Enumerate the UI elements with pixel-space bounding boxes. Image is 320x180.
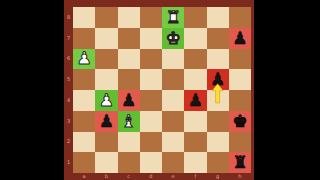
square-a3 [73, 111, 95, 132]
white-bishop-c3: ♝ [121, 112, 136, 129]
file-label-d: d [140, 173, 162, 180]
square-a4 [73, 90, 95, 111]
black-pawn-g5: ♟ [210, 71, 225, 88]
rank-label-2: 2 [64, 132, 73, 153]
black-pawn-f4: ♟ [188, 91, 203, 108]
square-h7: ♟ [229, 28, 251, 49]
screenshot-canvas: ♜♚♟♟♟♟♟♟♟♝♚♜ 87654321 abcdefgh [0, 0, 320, 180]
square-a8 [73, 7, 95, 28]
square-b3: ♟ [95, 111, 117, 132]
square-f6 [184, 49, 206, 70]
square-e8: ♜ [162, 7, 184, 28]
square-c7 [118, 28, 140, 49]
rank-label-6: 6 [64, 49, 73, 70]
square-e6 [162, 49, 184, 70]
square-b8 [95, 7, 117, 28]
square-g5: ♟ [207, 69, 229, 90]
black-king-h3: ♚ [232, 112, 247, 129]
file-label-f: f [184, 173, 206, 180]
square-h4 [229, 90, 251, 111]
square-b7 [95, 28, 117, 49]
black-pawn-h7: ♟ [232, 29, 247, 46]
square-f4: ♟ [184, 90, 206, 111]
square-h8 [229, 7, 251, 28]
square-g8 [207, 7, 229, 28]
square-b6 [95, 49, 117, 70]
square-c6 [118, 49, 140, 70]
square-h3: ♚ [229, 111, 251, 132]
file-label-c: c [118, 173, 140, 180]
square-a7 [73, 28, 95, 49]
rank-label-8: 8 [64, 7, 73, 28]
square-g1 [207, 152, 229, 173]
square-f5 [184, 69, 206, 90]
square-e2 [162, 132, 184, 153]
rank-label-3: 3 [64, 111, 73, 132]
square-f2 [184, 132, 206, 153]
square-b5 [95, 69, 117, 90]
rank-label-1: 1 [64, 152, 73, 173]
square-g6 [207, 49, 229, 70]
square-e1 [162, 152, 184, 173]
square-h1: ♜ [229, 152, 251, 173]
square-c5 [118, 69, 140, 90]
square-g2 [207, 132, 229, 153]
square-d4 [140, 90, 162, 111]
square-b2 [95, 132, 117, 153]
square-e7: ♚ [162, 28, 184, 49]
square-g7 [207, 28, 229, 49]
square-f8 [184, 7, 206, 28]
square-d1 [140, 152, 162, 173]
square-a1 [73, 152, 95, 173]
square-c8 [118, 7, 140, 28]
square-d5 [140, 69, 162, 90]
square-c1 [118, 152, 140, 173]
rank-label-4: 4 [64, 90, 73, 111]
square-d3 [140, 111, 162, 132]
square-a2 [73, 132, 95, 153]
square-b4: ♟ [95, 90, 117, 111]
square-f3 [184, 111, 206, 132]
square-g3 [207, 111, 229, 132]
square-f1 [184, 152, 206, 173]
file-label-e: e [162, 173, 184, 180]
square-c3: ♝ [118, 111, 140, 132]
square-f7 [184, 28, 206, 49]
rank-label-5: 5 [64, 69, 73, 90]
white-rook-e8: ♜ [166, 8, 181, 25]
square-h6 [229, 49, 251, 70]
file-label-h: h [229, 173, 251, 180]
chess-board: ♜♚♟♟♟♟♟♟♟♝♚♜ 87654321 abcdefgh [64, 0, 254, 180]
square-b1 [95, 152, 117, 173]
rank-label-7: 7 [64, 28, 73, 49]
file-label-b: b [95, 173, 117, 180]
square-a5 [73, 69, 95, 90]
square-h5 [229, 69, 251, 90]
square-d8 [140, 7, 162, 28]
white-pawn-a6: ♟ [77, 50, 92, 67]
square-e4 [162, 90, 184, 111]
square-a6: ♟ [73, 49, 95, 70]
file-label-g: g [207, 173, 229, 180]
square-d2 [140, 132, 162, 153]
board-grid: ♜♚♟♟♟♟♟♟♟♝♚♜ [73, 7, 251, 173]
square-c4: ♟ [118, 90, 140, 111]
black-pawn-c4: ♟ [121, 91, 136, 108]
black-rook-h1: ♜ [232, 154, 247, 171]
square-d7 [140, 28, 162, 49]
square-g4 [207, 90, 229, 111]
square-d6 [140, 49, 162, 70]
square-h2 [229, 132, 251, 153]
file-label-a: a [73, 173, 95, 180]
square-e3 [162, 111, 184, 132]
black-pawn-b3: ♟ [99, 112, 114, 129]
white-king-e7: ♚ [166, 29, 181, 46]
square-c2 [118, 132, 140, 153]
white-pawn-b4: ♟ [99, 91, 114, 108]
square-e5 [162, 69, 184, 90]
